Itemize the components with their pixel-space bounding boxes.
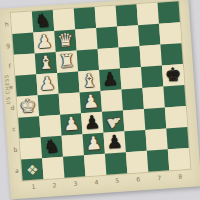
square-c8[interactable]: [165, 106, 187, 128]
file-label-h: h: [2, 13, 11, 35]
square-b8[interactable]: [166, 127, 188, 149]
rank-label-1: 1: [23, 182, 44, 190]
square-b6[interactable]: [124, 130, 146, 152]
square-f3[interactable]: ♜: [56, 50, 78, 72]
square-a1[interactable]: ❖: [21, 158, 43, 180]
square-c1[interactable]: [18, 116, 40, 138]
file-label-d: d: [8, 97, 17, 119]
black-pawn-b5[interactable]: ♟: [106, 132, 123, 151]
square-e8[interactable]: ♚: [162, 64, 184, 86]
square-b1[interactable]: [20, 137, 42, 159]
rank-label-4: 4: [86, 178, 107, 186]
white-pawn-c5-fallen[interactable]: ♟: [104, 111, 125, 131]
square-g6[interactable]: [117, 25, 139, 47]
square-b7[interactable]: [145, 128, 167, 150]
board-emblem-icon: ❖: [21, 158, 43, 180]
rank-label-6: 6: [128, 175, 149, 183]
white-bishop-e4[interactable]: ♝: [81, 71, 98, 90]
rank-label-5: 5: [107, 176, 128, 184]
square-c3[interactable]: ♟: [60, 113, 82, 135]
square-a4[interactable]: [84, 154, 106, 176]
rank-label-7: 7: [149, 173, 170, 181]
file-label-a: a: [12, 160, 21, 182]
square-a3[interactable]: [63, 155, 85, 177]
white-pawn-b4[interactable]: ♟: [85, 133, 102, 152]
white-rook-f3[interactable]: ♜: [58, 51, 75, 70]
square-h5[interactable]: [95, 6, 117, 28]
square-e2[interactable]: ♟: [36, 73, 58, 95]
square-e5[interactable]: ♟: [99, 68, 121, 90]
square-c7[interactable]: [144, 107, 166, 129]
square-h4[interactable]: [74, 7, 96, 29]
white-pawn-c3[interactable]: ♟: [63, 114, 80, 133]
square-b4[interactable]: ♟: [83, 133, 105, 155]
square-a8[interactable]: [168, 148, 190, 170]
square-d6[interactable]: [121, 88, 143, 110]
square-e7[interactable]: [141, 66, 163, 88]
square-e6[interactable]: [120, 67, 142, 89]
black-knight-h2[interactable]: ♞: [34, 11, 51, 30]
black-pawn-c4[interactable]: ♟: [84, 113, 101, 132]
rank-label-8: 8: [169, 172, 190, 180]
square-b2[interactable]: ♞: [41, 136, 63, 158]
file-label-c: c: [9, 118, 18, 140]
square-a5[interactable]: [105, 152, 127, 174]
file-label-b: b: [11, 139, 20, 161]
square-h6[interactable]: [116, 4, 138, 26]
square-a2[interactable]: [42, 157, 64, 179]
file-label-e: e: [6, 76, 15, 98]
black-pawn-e5[interactable]: ♟: [102, 69, 119, 88]
black-knight-b2[interactable]: ♞: [43, 136, 60, 155]
square-e3[interactable]: [57, 71, 79, 93]
white-pawn-d4[interactable]: ♟: [82, 92, 99, 111]
square-b5[interactable]: ♟: [103, 131, 125, 153]
white-king-d1[interactable]: ♚: [19, 96, 36, 115]
square-g8[interactable]: [159, 22, 181, 44]
white-pawn-e2[interactable]: ♟: [39, 74, 56, 93]
white-bishop-f2[interactable]: ♝: [37, 53, 54, 72]
chess-board-photo: ♞♟♛♝♜♟♝♟♚♚♟♟♟♟♞♟♟❖ US CHESS 12345678abcd…: [0, 0, 200, 200]
white-pawn-g2[interactable]: ♟: [36, 32, 53, 51]
square-a7[interactable]: [147, 149, 169, 171]
square-g4[interactable]: [75, 28, 97, 50]
white-queen-g3[interactable]: ♛: [57, 30, 74, 49]
square-g7[interactable]: [138, 24, 160, 46]
vinyl-board-mat: ♞♟♛♝♜♟♝♟♚♚♟♟♟♟♞♟♟❖ US CHESS 12345678abcd…: [0, 0, 200, 199]
square-d5[interactable]: [101, 89, 123, 111]
square-a6[interactable]: [126, 151, 148, 173]
file-label-f: f: [5, 55, 14, 77]
square-g5[interactable]: [96, 27, 118, 49]
square-d8[interactable]: [163, 85, 185, 107]
file-label-g: g: [3, 34, 12, 56]
square-h8[interactable]: [158, 1, 180, 23]
square-g1[interactable]: [12, 32, 34, 54]
square-f7[interactable]: [140, 45, 162, 67]
rank-label-2: 2: [44, 181, 65, 189]
square-f6[interactable]: [119, 46, 141, 68]
square-d2[interactable]: [38, 94, 60, 116]
square-b3[interactable]: [62, 134, 84, 156]
rank-label-3: 3: [65, 179, 86, 187]
black-king-e8[interactable]: ♚: [164, 65, 181, 84]
square-h7[interactable]: [137, 3, 159, 25]
chess-grid: ♞♟♛♝♜♟♝♟♚♚♟♟♟♟♞♟♟❖: [11, 1, 190, 180]
square-f1[interactable]: [14, 53, 36, 75]
square-d7[interactable]: [142, 87, 164, 109]
square-c6[interactable]: [123, 109, 145, 131]
square-d1[interactable]: ♚: [17, 95, 39, 117]
square-h1[interactable]: [11, 12, 33, 34]
